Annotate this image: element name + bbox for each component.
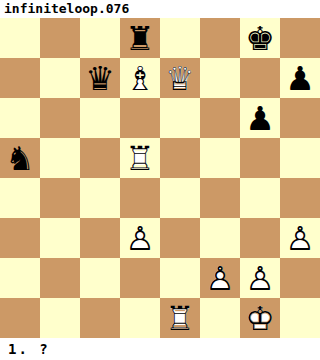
square-a5[interactable]: ♞: [0, 138, 40, 178]
square-e6[interactable]: [160, 98, 200, 138]
white-rook-icon: ♜♖: [125, 142, 155, 175]
square-c4[interactable]: [80, 178, 120, 218]
square-a4[interactable]: [0, 178, 40, 218]
square-h5[interactable]: [280, 138, 320, 178]
square-e2[interactable]: [160, 258, 200, 298]
square-g3[interactable]: [240, 218, 280, 258]
square-d2[interactable]: [120, 258, 160, 298]
square-c6[interactable]: [80, 98, 120, 138]
square-d6[interactable]: [120, 98, 160, 138]
square-c2[interactable]: [80, 258, 120, 298]
square-b1[interactable]: [40, 298, 80, 338]
square-e1[interactable]: ♜♖: [160, 298, 200, 338]
square-f5[interactable]: [200, 138, 240, 178]
square-a1[interactable]: [0, 298, 40, 338]
square-b2[interactable]: [40, 258, 80, 298]
square-b6[interactable]: [40, 98, 80, 138]
black-pawn-icon: ♟: [245, 102, 275, 135]
square-h4[interactable]: [280, 178, 320, 218]
square-b8[interactable]: [40, 18, 80, 58]
square-e5[interactable]: [160, 138, 200, 178]
square-b3[interactable]: [40, 218, 80, 258]
square-a7[interactable]: [0, 58, 40, 98]
square-d1[interactable]: [120, 298, 160, 338]
square-b7[interactable]: [40, 58, 80, 98]
black-rook-icon: ♜: [125, 22, 155, 55]
square-a8[interactable]: [0, 18, 40, 58]
square-c8[interactable]: [80, 18, 120, 58]
square-h3[interactable]: ♟♙: [280, 218, 320, 258]
square-f1[interactable]: [200, 298, 240, 338]
square-g8[interactable]: ♚: [240, 18, 280, 58]
chess-puzzle-window: infiniteloop.076 ♜♚♛♝♗♛♕♟♟♞♜♖♟♙♟♙♟♙♟♙♜♖♚…: [0, 0, 320, 360]
square-c1[interactable]: [80, 298, 120, 338]
black-queen-icon: ♛: [85, 62, 115, 95]
white-pawn-icon: ♟♙: [205, 262, 235, 295]
square-h2[interactable]: [280, 258, 320, 298]
square-d4[interactable]: [120, 178, 160, 218]
square-g6[interactable]: ♟: [240, 98, 280, 138]
square-g7[interactable]: [240, 58, 280, 98]
chess-board: ♜♚♛♝♗♛♕♟♟♞♜♖♟♙♟♙♟♙♟♙♜♖♚♔: [0, 18, 320, 338]
square-f7[interactable]: [200, 58, 240, 98]
square-d8[interactable]: ♜: [120, 18, 160, 58]
square-d3[interactable]: ♟♙: [120, 218, 160, 258]
square-f3[interactable]: [200, 218, 240, 258]
black-knight-icon: ♞: [5, 142, 35, 175]
square-g1[interactable]: ♚♔: [240, 298, 280, 338]
square-e8[interactable]: [160, 18, 200, 58]
square-a6[interactable]: [0, 98, 40, 138]
square-c3[interactable]: [80, 218, 120, 258]
puzzle-title: infiniteloop.076: [0, 0, 320, 18]
square-e7[interactable]: ♛♕: [160, 58, 200, 98]
square-a2[interactable]: [0, 258, 40, 298]
square-g2[interactable]: ♟♙: [240, 258, 280, 298]
square-b5[interactable]: [40, 138, 80, 178]
white-queen-icon: ♛♕: [165, 62, 195, 95]
white-bishop-icon: ♝♗: [125, 62, 155, 95]
square-d7[interactable]: ♝♗: [120, 58, 160, 98]
square-f8[interactable]: [200, 18, 240, 58]
square-e3[interactable]: [160, 218, 200, 258]
square-b4[interactable]: [40, 178, 80, 218]
square-e4[interactable]: [160, 178, 200, 218]
white-pawn-icon: ♟♙: [125, 222, 155, 255]
move-prompt: 1. ?: [0, 338, 320, 360]
black-king-icon: ♚: [245, 22, 275, 55]
square-h7[interactable]: ♟: [280, 58, 320, 98]
square-a3[interactable]: [0, 218, 40, 258]
white-pawn-icon: ♟♙: [285, 222, 315, 255]
square-g4[interactable]: [240, 178, 280, 218]
black-pawn-icon: ♟: [285, 62, 315, 95]
square-f2[interactable]: ♟♙: [200, 258, 240, 298]
square-h1[interactable]: [280, 298, 320, 338]
white-rook-icon: ♜♖: [165, 302, 195, 335]
square-d5[interactable]: ♜♖: [120, 138, 160, 178]
square-c5[interactable]: [80, 138, 120, 178]
square-h6[interactable]: [280, 98, 320, 138]
square-f4[interactable]: [200, 178, 240, 218]
square-f6[interactable]: [200, 98, 240, 138]
white-pawn-icon: ♟♙: [245, 262, 275, 295]
square-c7[interactable]: ♛: [80, 58, 120, 98]
white-king-icon: ♚♔: [245, 302, 275, 335]
square-h8[interactable]: [280, 18, 320, 58]
square-g5[interactable]: [240, 138, 280, 178]
